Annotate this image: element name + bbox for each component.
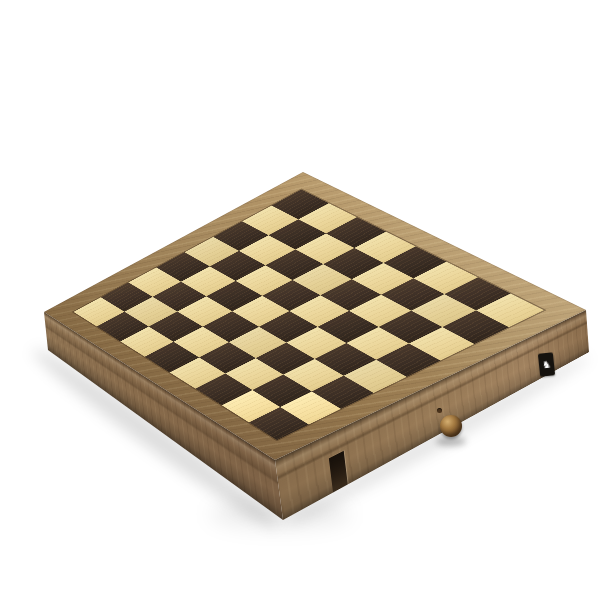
drawer-knob <box>440 415 462 437</box>
knob-shadow <box>436 437 466 446</box>
knob-screw <box>437 408 442 413</box>
product-photo-stage: ♞ <box>0 0 600 600</box>
brand-tag: ♞ <box>538 352 555 376</box>
knight-emblem-icon: ♞ <box>541 359 551 371</box>
